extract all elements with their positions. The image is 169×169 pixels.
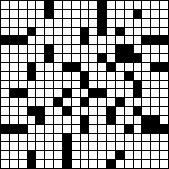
white-cell[interactable]	[72, 36, 80, 44]
white-cell[interactable]	[63, 72, 71, 80]
white-cell[interactable]	[142, 107, 150, 115]
white-cell[interactable]	[125, 107, 133, 115]
white-cell[interactable]	[45, 89, 53, 97]
white-cell[interactable]	[72, 10, 80, 18]
white-cell[interactable]	[54, 151, 62, 159]
white-cell[interactable]	[19, 134, 27, 142]
white-cell[interactable]	[10, 45, 18, 53]
white-cell[interactable]	[116, 142, 124, 150]
white-cell[interactable]	[160, 89, 168, 97]
white-cell[interactable]	[19, 107, 27, 115]
white-cell[interactable]	[98, 125, 106, 133]
white-cell[interactable]	[134, 36, 142, 44]
white-cell[interactable]	[28, 142, 36, 150]
white-cell[interactable]	[28, 45, 36, 53]
black-cell	[98, 54, 106, 62]
white-cell[interactable]	[142, 1, 150, 9]
white-cell[interactable]	[89, 28, 97, 36]
white-cell[interactable]	[89, 125, 97, 133]
white-cell[interactable]	[19, 81, 27, 89]
white-cell[interactable]	[36, 125, 44, 133]
white-cell[interactable]	[36, 19, 44, 27]
white-cell[interactable]	[116, 19, 124, 27]
white-cell[interactable]	[107, 10, 115, 18]
white-cell[interactable]	[81, 45, 89, 53]
white-cell[interactable]	[72, 151, 80, 159]
white-cell[interactable]	[142, 98, 150, 106]
white-cell[interactable]	[36, 1, 44, 9]
white-cell[interactable]	[54, 72, 62, 80]
white-cell[interactable]	[36, 98, 44, 106]
white-cell[interactable]	[72, 125, 80, 133]
white-cell[interactable]	[36, 72, 44, 80]
white-cell[interactable]	[81, 1, 89, 9]
white-cell[interactable]	[72, 1, 80, 9]
white-cell[interactable]	[45, 81, 53, 89]
white-cell[interactable]	[72, 89, 80, 97]
white-cell[interactable]	[36, 151, 44, 159]
white-cell[interactable]	[54, 36, 62, 44]
white-cell[interactable]	[142, 151, 150, 159]
white-cell[interactable]	[81, 10, 89, 18]
white-cell[interactable]	[45, 28, 53, 36]
white-cell[interactable]	[54, 45, 62, 53]
black-cell	[28, 72, 36, 80]
white-cell[interactable]	[72, 54, 80, 62]
white-cell[interactable]	[160, 54, 168, 62]
white-cell[interactable]	[107, 36, 115, 44]
white-cell[interactable]	[1, 54, 9, 62]
white-cell[interactable]	[1, 19, 9, 27]
white-cell[interactable]	[116, 72, 124, 80]
white-cell[interactable]	[151, 142, 159, 150]
white-cell[interactable]	[1, 1, 9, 9]
white-cell[interactable]	[81, 19, 89, 27]
white-cell[interactable]	[134, 134, 142, 142]
white-cell[interactable]	[160, 28, 168, 36]
white-cell[interactable]	[89, 63, 97, 71]
white-cell[interactable]	[116, 160, 124, 168]
white-cell[interactable]	[54, 125, 62, 133]
white-cell[interactable]	[107, 28, 115, 36]
white-cell[interactable]	[151, 81, 159, 89]
white-cell[interactable]	[19, 98, 27, 106]
white-cell[interactable]	[107, 89, 115, 97]
white-cell[interactable]	[72, 107, 80, 115]
white-cell[interactable]	[72, 81, 80, 89]
white-cell[interactable]	[160, 107, 168, 115]
white-cell[interactable]	[98, 98, 106, 106]
white-cell[interactable]	[1, 45, 9, 53]
white-cell[interactable]	[142, 28, 150, 36]
white-cell[interactable]	[72, 45, 80, 53]
white-cell[interactable]	[98, 134, 106, 142]
white-cell[interactable]	[98, 45, 106, 53]
white-cell[interactable]	[125, 89, 133, 97]
white-cell[interactable]	[19, 45, 27, 53]
white-cell[interactable]	[151, 1, 159, 9]
white-cell[interactable]	[89, 19, 97, 27]
white-cell[interactable]	[142, 142, 150, 150]
white-cell[interactable]	[89, 142, 97, 150]
white-cell[interactable]	[160, 10, 168, 18]
white-cell[interactable]	[98, 151, 106, 159]
white-cell[interactable]	[54, 160, 62, 168]
white-cell[interactable]	[63, 45, 71, 53]
white-cell[interactable]	[98, 107, 106, 115]
white-cell[interactable]	[98, 72, 106, 80]
white-cell[interactable]	[36, 81, 44, 89]
white-cell[interactable]	[10, 10, 18, 18]
white-cell[interactable]	[160, 98, 168, 106]
white-cell[interactable]	[1, 63, 9, 71]
white-cell[interactable]	[45, 125, 53, 133]
white-cell[interactable]	[125, 28, 133, 36]
white-cell[interactable]	[10, 28, 18, 36]
white-cell[interactable]	[134, 1, 142, 9]
white-cell[interactable]	[10, 107, 18, 115]
white-cell[interactable]	[81, 134, 89, 142]
white-cell[interactable]	[107, 45, 115, 53]
white-cell[interactable]	[89, 116, 97, 124]
white-cell[interactable]	[45, 72, 53, 80]
white-cell[interactable]	[28, 81, 36, 89]
white-cell[interactable]	[107, 72, 115, 80]
white-cell[interactable]	[151, 89, 159, 97]
white-cell[interactable]	[125, 134, 133, 142]
white-cell[interactable]	[81, 89, 89, 97]
white-cell[interactable]	[36, 89, 44, 97]
white-cell[interactable]	[81, 63, 89, 71]
white-cell[interactable]	[36, 54, 44, 62]
white-cell[interactable]	[45, 142, 53, 150]
white-cell[interactable]	[142, 19, 150, 27]
white-cell[interactable]	[45, 151, 53, 159]
white-cell[interactable]	[116, 125, 124, 133]
white-cell[interactable]	[72, 160, 80, 168]
white-cell[interactable]	[116, 107, 124, 115]
white-cell[interactable]	[54, 142, 62, 150]
white-cell[interactable]	[19, 10, 27, 18]
white-cell[interactable]	[142, 81, 150, 89]
white-cell[interactable]	[54, 19, 62, 27]
white-cell[interactable]	[19, 160, 27, 168]
white-cell[interactable]	[28, 36, 36, 44]
white-cell[interactable]	[10, 98, 18, 106]
white-cell[interactable]	[89, 151, 97, 159]
white-cell[interactable]	[125, 10, 133, 18]
white-cell[interactable]	[134, 142, 142, 150]
white-cell[interactable]	[36, 63, 44, 71]
white-cell[interactable]	[1, 89, 9, 97]
white-cell[interactable]	[107, 142, 115, 150]
white-cell[interactable]	[107, 125, 115, 133]
white-cell[interactable]	[10, 72, 18, 80]
white-cell[interactable]	[160, 142, 168, 150]
white-cell[interactable]	[134, 160, 142, 168]
white-cell[interactable]	[160, 19, 168, 27]
white-cell[interactable]	[54, 107, 62, 115]
white-cell[interactable]	[63, 1, 71, 9]
white-cell[interactable]	[63, 116, 71, 124]
white-cell[interactable]	[151, 54, 159, 62]
white-cell[interactable]	[1, 116, 9, 124]
white-cell[interactable]	[63, 98, 71, 106]
white-cell[interactable]	[63, 54, 71, 62]
white-cell[interactable]	[54, 63, 62, 71]
white-cell[interactable]	[45, 19, 53, 27]
black-cell	[81, 28, 89, 36]
white-cell[interactable]	[134, 45, 142, 53]
white-cell[interactable]	[63, 19, 71, 27]
white-cell[interactable]	[89, 98, 97, 106]
white-cell[interactable]	[54, 89, 62, 97]
white-cell[interactable]	[81, 151, 89, 159]
white-cell[interactable]	[19, 142, 27, 150]
white-cell[interactable]	[151, 160, 159, 168]
white-cell[interactable]	[151, 134, 159, 142]
white-cell[interactable]	[160, 151, 168, 159]
white-cell[interactable]	[1, 28, 9, 36]
white-cell[interactable]	[36, 36, 44, 44]
white-cell[interactable]	[54, 54, 62, 62]
white-cell[interactable]	[10, 134, 18, 142]
white-cell[interactable]	[134, 28, 142, 36]
white-cell[interactable]	[89, 81, 97, 89]
white-cell[interactable]	[19, 19, 27, 27]
white-cell[interactable]	[125, 63, 133, 71]
white-cell[interactable]	[81, 142, 89, 150]
white-cell[interactable]	[10, 151, 18, 159]
white-cell[interactable]	[134, 72, 142, 80]
white-cell[interactable]	[142, 10, 150, 18]
white-cell[interactable]	[36, 10, 44, 18]
black-cell	[1, 36, 9, 44]
white-cell[interactable]	[98, 160, 106, 168]
white-cell[interactable]	[72, 116, 80, 124]
white-cell[interactable]	[116, 81, 124, 89]
black-cell	[125, 54, 133, 62]
black-cell	[63, 160, 71, 168]
white-cell[interactable]	[134, 63, 142, 71]
white-cell[interactable]	[89, 160, 97, 168]
white-cell[interactable]	[28, 89, 36, 97]
white-cell[interactable]	[45, 134, 53, 142]
white-cell[interactable]	[19, 63, 27, 71]
white-cell[interactable]	[19, 54, 27, 62]
white-cell[interactable]	[1, 10, 9, 18]
white-cell[interactable]	[36, 134, 44, 142]
white-cell[interactable]	[28, 134, 36, 142]
white-cell[interactable]	[10, 81, 18, 89]
white-cell[interactable]	[28, 10, 36, 18]
white-cell[interactable]	[134, 125, 142, 133]
white-cell[interactable]	[142, 89, 150, 97]
white-cell[interactable]	[19, 28, 27, 36]
white-cell[interactable]	[81, 107, 89, 115]
white-cell[interactable]	[28, 54, 36, 62]
white-cell[interactable]	[54, 28, 62, 36]
white-cell[interactable]	[28, 98, 36, 106]
white-cell[interactable]	[1, 72, 9, 80]
white-cell[interactable]	[36, 45, 44, 53]
white-cell[interactable]	[1, 81, 9, 89]
white-cell[interactable]	[63, 10, 71, 18]
white-cell[interactable]	[142, 63, 150, 71]
white-cell[interactable]	[89, 107, 97, 115]
white-cell[interactable]	[89, 10, 97, 18]
white-cell[interactable]	[81, 54, 89, 62]
white-cell[interactable]	[98, 63, 106, 71]
white-cell[interactable]	[125, 19, 133, 27]
white-cell[interactable]	[72, 142, 80, 150]
white-cell[interactable]	[151, 19, 159, 27]
white-cell[interactable]	[10, 160, 18, 168]
white-cell[interactable]	[72, 19, 80, 27]
white-cell[interactable]	[134, 151, 142, 159]
white-cell[interactable]	[28, 1, 36, 9]
white-cell[interactable]	[19, 1, 27, 9]
white-cell[interactable]	[160, 72, 168, 80]
white-cell[interactable]	[116, 63, 124, 71]
black-cell	[142, 36, 150, 44]
white-cell[interactable]	[116, 10, 124, 18]
white-cell[interactable]	[142, 54, 150, 62]
white-cell[interactable]	[134, 116, 142, 124]
white-cell[interactable]	[1, 134, 9, 142]
white-cell[interactable]	[28, 125, 36, 133]
black-cell	[19, 89, 27, 97]
white-cell[interactable]	[107, 81, 115, 89]
white-cell[interactable]	[45, 36, 53, 44]
white-cell[interactable]	[151, 98, 159, 106]
white-cell[interactable]	[125, 36, 133, 44]
white-cell[interactable]	[36, 160, 44, 168]
white-cell[interactable]	[142, 45, 150, 53]
white-cell[interactable]	[45, 116, 53, 124]
white-cell[interactable]	[134, 98, 142, 106]
white-cell[interactable]	[107, 19, 115, 27]
white-cell[interactable]	[63, 125, 71, 133]
white-cell[interactable]	[10, 63, 18, 71]
white-cell[interactable]	[10, 1, 18, 9]
white-cell[interactable]	[107, 98, 115, 106]
white-cell[interactable]	[54, 10, 62, 18]
white-cell[interactable]	[142, 160, 150, 168]
white-cell[interactable]	[45, 107, 53, 115]
white-cell[interactable]	[160, 160, 168, 168]
white-cell[interactable]	[72, 134, 80, 142]
white-cell[interactable]	[10, 19, 18, 27]
white-cell[interactable]	[107, 54, 115, 62]
white-cell[interactable]	[19, 151, 27, 159]
white-cell[interactable]	[1, 142, 9, 150]
white-cell[interactable]	[63, 28, 71, 36]
white-cell[interactable]	[98, 36, 106, 44]
white-cell[interactable]	[45, 63, 53, 71]
white-cell[interactable]	[72, 98, 80, 106]
white-cell[interactable]	[1, 160, 9, 168]
white-cell[interactable]	[160, 81, 168, 89]
white-cell[interactable]	[107, 151, 115, 159]
white-cell[interactable]	[89, 45, 97, 53]
white-cell[interactable]	[36, 28, 44, 36]
white-cell[interactable]	[125, 160, 133, 168]
white-cell[interactable]	[54, 1, 62, 9]
white-cell[interactable]	[98, 142, 106, 150]
white-cell[interactable]	[116, 116, 124, 124]
white-cell[interactable]	[45, 98, 53, 106]
white-cell[interactable]	[125, 116, 133, 124]
black-cell	[19, 125, 27, 133]
white-cell[interactable]	[160, 1, 168, 9]
white-cell[interactable]	[151, 28, 159, 36]
white-cell[interactable]	[54, 81, 62, 89]
white-cell[interactable]	[116, 1, 124, 9]
white-cell[interactable]	[125, 151, 133, 159]
white-cell[interactable]	[151, 151, 159, 159]
white-cell[interactable]	[160, 116, 168, 124]
white-cell[interactable]	[160, 45, 168, 53]
white-cell[interactable]	[1, 98, 9, 106]
white-cell[interactable]	[151, 45, 159, 53]
white-cell[interactable]	[116, 89, 124, 97]
white-cell[interactable]	[89, 134, 97, 142]
white-cell[interactable]	[98, 81, 106, 89]
white-cell[interactable]	[10, 54, 18, 62]
white-cell[interactable]	[151, 72, 159, 80]
white-cell[interactable]	[116, 134, 124, 142]
white-cell[interactable]	[28, 116, 36, 124]
white-cell[interactable]	[89, 54, 97, 62]
white-cell[interactable]	[125, 81, 133, 89]
white-cell[interactable]	[10, 116, 18, 124]
white-cell[interactable]	[89, 36, 97, 44]
white-cell[interactable]	[116, 36, 124, 44]
white-cell[interactable]	[134, 19, 142, 27]
white-cell[interactable]	[81, 160, 89, 168]
white-cell[interactable]	[45, 160, 53, 168]
white-cell[interactable]	[72, 28, 80, 36]
white-cell[interactable]	[107, 134, 115, 142]
white-cell[interactable]	[28, 19, 36, 27]
black-cell	[10, 36, 18, 44]
white-cell[interactable]	[151, 10, 159, 18]
white-cell[interactable]	[89, 72, 97, 80]
white-cell[interactable]	[107, 1, 115, 9]
white-cell[interactable]	[10, 142, 18, 150]
white-cell[interactable]	[125, 142, 133, 150]
white-cell[interactable]	[63, 81, 71, 89]
white-cell[interactable]	[63, 36, 71, 44]
white-cell[interactable]	[72, 72, 80, 80]
white-cell[interactable]	[125, 98, 133, 106]
white-cell[interactable]	[1, 107, 9, 115]
white-cell[interactable]	[142, 134, 150, 142]
white-cell[interactable]	[160, 134, 168, 142]
white-cell[interactable]	[142, 72, 150, 80]
white-cell[interactable]	[151, 107, 159, 115]
white-cell[interactable]	[125, 1, 133, 9]
white-cell[interactable]	[98, 116, 106, 124]
white-cell[interactable]	[19, 72, 27, 80]
white-cell[interactable]	[54, 116, 62, 124]
white-cell[interactable]	[19, 116, 27, 124]
white-cell[interactable]	[89, 1, 97, 9]
white-cell[interactable]	[1, 151, 9, 159]
white-cell[interactable]	[36, 142, 44, 150]
white-cell[interactable]	[54, 134, 62, 142]
